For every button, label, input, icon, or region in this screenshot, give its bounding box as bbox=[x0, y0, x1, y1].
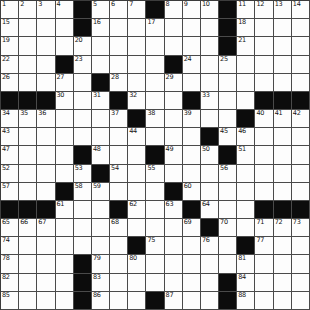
cell-r6c11[interactable] bbox=[201, 110, 219, 128]
cell-r4c12[interactable] bbox=[219, 74, 237, 92]
clue-number-41: 41 bbox=[275, 110, 283, 117]
cell-r5c5[interactable]: 31 bbox=[92, 92, 110, 110]
cell-r16c13[interactable]: 88 bbox=[237, 292, 255, 310]
cell-r2c6[interactable] bbox=[110, 37, 128, 55]
cell-r3c5[interactable] bbox=[92, 56, 110, 74]
cell-r3c7[interactable] bbox=[128, 56, 146, 74]
black-cell-r7c11 bbox=[201, 128, 219, 146]
cell-r9c14[interactable] bbox=[255, 165, 273, 183]
cell-r7c7[interactable]: 44 bbox=[128, 128, 146, 146]
cell-r1c14[interactable] bbox=[255, 19, 273, 37]
cell-r15c9[interactable] bbox=[165, 274, 183, 292]
cell-r6c8[interactable]: 38 bbox=[146, 110, 164, 128]
cell-r6c14[interactable]: 40 bbox=[255, 110, 273, 128]
cell-r13c10[interactable] bbox=[183, 237, 201, 255]
cell-r16c10[interactable] bbox=[183, 292, 201, 310]
clue-number-88: 88 bbox=[238, 292, 246, 299]
cell-r14c6[interactable] bbox=[110, 255, 128, 273]
cell-r7c4[interactable] bbox=[74, 128, 92, 146]
cell-r13c3[interactable] bbox=[56, 237, 74, 255]
cell-r10c10[interactable]: 60 bbox=[183, 183, 201, 201]
cell-r4c15[interactable] bbox=[274, 74, 292, 92]
cell-r10c2[interactable] bbox=[37, 183, 55, 201]
cell-r13c2[interactable] bbox=[37, 237, 55, 255]
cell-r3c11[interactable] bbox=[201, 56, 219, 74]
cell-r6c10[interactable]: 39 bbox=[183, 110, 201, 128]
cell-r7c12[interactable]: 45 bbox=[219, 128, 237, 146]
black-cell-r0c4 bbox=[74, 1, 92, 19]
cell-r2c2[interactable] bbox=[37, 37, 55, 55]
cell-r7c1[interactable] bbox=[19, 128, 37, 146]
cell-r12c2[interactable]: 67 bbox=[37, 219, 55, 237]
cell-r15c0[interactable]: 82 bbox=[1, 274, 19, 292]
cell-r13c5[interactable] bbox=[92, 237, 110, 255]
cell-r1c15[interactable] bbox=[274, 19, 292, 37]
black-cell-r16c8 bbox=[146, 292, 164, 310]
cell-r0c10[interactable]: 9 bbox=[183, 1, 201, 19]
cell-r1c7[interactable] bbox=[128, 19, 146, 37]
cell-r9c15[interactable] bbox=[274, 165, 292, 183]
cell-r5c4[interactable] bbox=[74, 92, 92, 110]
cell-r7c8[interactable] bbox=[146, 128, 164, 146]
cell-r10c7[interactable] bbox=[128, 183, 146, 201]
cell-r4c0[interactable]: 26 bbox=[1, 74, 19, 92]
cell-r8c11[interactable]: 50 bbox=[201, 146, 219, 164]
black-cell-r5c10 bbox=[183, 92, 201, 110]
cell-r3c1[interactable] bbox=[19, 56, 37, 74]
cell-r4c6[interactable]: 28 bbox=[110, 74, 128, 92]
cell-r5c12[interactable] bbox=[219, 92, 237, 110]
cell-r1c10[interactable] bbox=[183, 19, 201, 37]
cell-r1c16[interactable] bbox=[292, 19, 310, 37]
cell-r10c14[interactable] bbox=[255, 183, 273, 201]
cell-r16c6[interactable] bbox=[110, 292, 128, 310]
cell-r4c11[interactable] bbox=[201, 74, 219, 92]
cell-r3c12[interactable]: 25 bbox=[219, 56, 237, 74]
clue-number-1: 1 bbox=[2, 1, 6, 8]
cell-r8c3[interactable] bbox=[56, 146, 74, 164]
cell-r5c13[interactable] bbox=[237, 92, 255, 110]
cell-r3c4[interactable]: 23 bbox=[74, 56, 92, 74]
cell-r6c2[interactable]: 36 bbox=[37, 110, 55, 128]
cell-r9c4[interactable]: 53 bbox=[74, 165, 92, 183]
cell-r16c16[interactable] bbox=[292, 292, 310, 310]
cell-r12c5[interactable] bbox=[92, 219, 110, 237]
cell-r11c4[interactable] bbox=[74, 201, 92, 219]
cell-r14c1[interactable] bbox=[19, 255, 37, 273]
cell-r7c3[interactable] bbox=[56, 128, 74, 146]
cell-r5c7[interactable]: 32 bbox=[128, 92, 146, 110]
clue-number-67: 67 bbox=[38, 219, 46, 226]
cell-r12c8[interactable] bbox=[146, 219, 164, 237]
clue-number-47: 47 bbox=[2, 146, 10, 153]
black-cell-r6c13 bbox=[237, 110, 255, 128]
cell-r6c1[interactable]: 35 bbox=[19, 110, 37, 128]
clue-number-51: 51 bbox=[238, 146, 246, 153]
cell-r8c6[interactable] bbox=[110, 146, 128, 164]
cell-r0c3[interactable]: 4 bbox=[56, 1, 74, 19]
cell-r13c14[interactable]: 77 bbox=[255, 237, 273, 255]
cell-r1c0[interactable]: 15 bbox=[1, 19, 19, 37]
cell-r13c15[interactable] bbox=[274, 237, 292, 255]
cell-r9c1[interactable] bbox=[19, 165, 37, 183]
cell-r16c11[interactable] bbox=[201, 292, 219, 310]
cell-r12c4[interactable] bbox=[74, 219, 92, 237]
clue-number-4: 4 bbox=[57, 1, 61, 8]
cell-r15c7[interactable] bbox=[128, 274, 146, 292]
cell-r11c7[interactable]: 62 bbox=[128, 201, 146, 219]
cell-r15c5[interactable]: 83 bbox=[92, 274, 110, 292]
cell-r10c4[interactable]: 58 bbox=[74, 183, 92, 201]
cell-r8c16[interactable] bbox=[292, 146, 310, 164]
cell-r9c9[interactable] bbox=[165, 165, 183, 183]
cell-r15c16[interactable] bbox=[292, 274, 310, 292]
cell-r6c6[interactable]: 37 bbox=[110, 110, 128, 128]
cell-r8c15[interactable] bbox=[274, 146, 292, 164]
clue-number-87: 87 bbox=[166, 292, 174, 299]
cell-r16c9[interactable]: 87 bbox=[165, 292, 183, 310]
cell-r7c9[interactable] bbox=[165, 128, 183, 146]
cell-r0c15[interactable]: 13 bbox=[274, 1, 292, 19]
cell-r3c8[interactable] bbox=[146, 56, 164, 74]
cell-r16c2[interactable] bbox=[37, 292, 55, 310]
cell-r8c5[interactable]: 48 bbox=[92, 146, 110, 164]
cell-r10c13[interactable] bbox=[237, 183, 255, 201]
cell-r3c13[interactable] bbox=[237, 56, 255, 74]
cell-r14c10[interactable] bbox=[183, 255, 201, 273]
cell-r0c13[interactable]: 11 bbox=[237, 1, 255, 19]
cell-r2c7[interactable] bbox=[128, 37, 146, 55]
clue-number-36: 36 bbox=[38, 110, 46, 117]
clue-number-85: 85 bbox=[2, 292, 10, 299]
cell-r1c3[interactable] bbox=[56, 19, 74, 37]
cell-r11c8[interactable] bbox=[146, 201, 164, 219]
cell-r10c15[interactable] bbox=[274, 183, 292, 201]
cell-r3c16[interactable] bbox=[292, 56, 310, 74]
cell-r7c0[interactable]: 43 bbox=[1, 128, 19, 146]
cell-r12c3[interactable] bbox=[56, 219, 74, 237]
cell-r15c6[interactable] bbox=[110, 274, 128, 292]
cell-r0c5[interactable]: 5 bbox=[92, 1, 110, 19]
cell-r10c1[interactable] bbox=[19, 183, 37, 201]
cell-r12c6[interactable]: 68 bbox=[110, 219, 128, 237]
cell-r1c13[interactable]: 18 bbox=[237, 19, 255, 37]
cell-r0c14[interactable]: 12 bbox=[255, 1, 273, 19]
cell-r15c8[interactable] bbox=[146, 274, 164, 292]
black-cell-r0c12 bbox=[219, 1, 237, 19]
cell-r14c2[interactable] bbox=[37, 255, 55, 273]
cell-r6c9[interactable] bbox=[165, 110, 183, 128]
cell-r1c9[interactable] bbox=[165, 19, 183, 37]
clue-number-33: 33 bbox=[202, 92, 210, 99]
clue-number-21: 21 bbox=[238, 37, 246, 44]
cell-r3c0[interactable]: 22 bbox=[1, 56, 19, 74]
cell-r2c16[interactable] bbox=[292, 37, 310, 55]
cell-r2c8[interactable] bbox=[146, 37, 164, 55]
clue-number-3: 3 bbox=[38, 1, 42, 8]
cell-r12c7[interactable] bbox=[128, 219, 146, 237]
cell-r0c7[interactable]: 7 bbox=[128, 1, 146, 19]
cell-r5c11[interactable]: 33 bbox=[201, 92, 219, 110]
clue-number-61: 61 bbox=[57, 201, 65, 208]
cell-r2c4[interactable]: 20 bbox=[74, 37, 92, 55]
cell-r10c8[interactable] bbox=[146, 183, 164, 201]
cell-r12c15[interactable]: 72 bbox=[274, 219, 292, 237]
cell-r0c9[interactable]: 8 bbox=[165, 1, 183, 19]
cell-r2c5[interactable] bbox=[92, 37, 110, 55]
cell-r12c1[interactable]: 66 bbox=[19, 219, 37, 237]
clue-number-64: 64 bbox=[202, 201, 210, 208]
cell-r7c10[interactable] bbox=[183, 128, 201, 146]
clue-number-18: 18 bbox=[238, 19, 246, 26]
cell-r1c1[interactable] bbox=[19, 19, 37, 37]
cell-r9c10[interactable] bbox=[183, 165, 201, 183]
cell-r1c6[interactable] bbox=[110, 19, 128, 37]
cell-r9c13[interactable] bbox=[237, 165, 255, 183]
black-cell-r15c12 bbox=[219, 274, 237, 292]
cell-r7c14[interactable] bbox=[255, 128, 273, 146]
cell-r6c12[interactable] bbox=[219, 110, 237, 128]
cell-r9c7[interactable] bbox=[128, 165, 146, 183]
cell-r8c1[interactable] bbox=[19, 146, 37, 164]
clue-number-15: 15 bbox=[2, 19, 10, 26]
clue-number-50: 50 bbox=[202, 146, 210, 153]
cell-r15c3[interactable] bbox=[56, 274, 74, 292]
cell-r0c1[interactable]: 2 bbox=[19, 1, 37, 19]
clue-number-52: 52 bbox=[2, 165, 10, 172]
black-cell-r11c15 bbox=[274, 201, 292, 219]
clue-number-28: 28 bbox=[111, 74, 119, 81]
clue-number-26: 26 bbox=[2, 74, 10, 81]
clue-number-32: 32 bbox=[129, 92, 137, 99]
clue-number-7: 7 bbox=[129, 1, 133, 8]
cell-r16c14[interactable] bbox=[255, 292, 273, 310]
cell-r14c15[interactable] bbox=[274, 255, 292, 273]
cell-r16c5[interactable]: 86 bbox=[92, 292, 110, 310]
cell-r2c0[interactable]: 19 bbox=[1, 37, 19, 55]
cell-r9c6[interactable]: 54 bbox=[110, 165, 128, 183]
cell-r2c9[interactable] bbox=[165, 37, 183, 55]
cell-r16c15[interactable] bbox=[274, 292, 292, 310]
cell-r14c14[interactable] bbox=[255, 255, 273, 273]
cell-r14c9[interactable] bbox=[165, 255, 183, 273]
cell-r0c2[interactable]: 3 bbox=[37, 1, 55, 19]
cell-r9c2[interactable] bbox=[37, 165, 55, 183]
cell-r4c13[interactable] bbox=[237, 74, 255, 92]
black-cell-r3c9 bbox=[165, 56, 183, 74]
cell-r10c11[interactable] bbox=[201, 183, 219, 201]
cell-r11c12[interactable] bbox=[219, 201, 237, 219]
cell-r8c7[interactable] bbox=[128, 146, 146, 164]
cell-r8c9[interactable]: 49 bbox=[165, 146, 183, 164]
cell-r6c4[interactable] bbox=[74, 110, 92, 128]
black-cell-r13c7 bbox=[128, 237, 146, 255]
cell-r8c10[interactable] bbox=[183, 146, 201, 164]
cell-r6c16[interactable]: 42 bbox=[292, 110, 310, 128]
cell-r4c7[interactable] bbox=[128, 74, 146, 92]
cell-r2c14[interactable] bbox=[255, 37, 273, 55]
cell-r13c1[interactable] bbox=[19, 237, 37, 255]
cell-r7c5[interactable] bbox=[92, 128, 110, 146]
cell-r14c5[interactable]: 79 bbox=[92, 255, 110, 273]
clue-number-55: 55 bbox=[147, 165, 155, 172]
cell-r9c12[interactable]: 56 bbox=[219, 165, 237, 183]
cell-r2c3[interactable] bbox=[56, 37, 74, 55]
cell-r12c12[interactable]: 70 bbox=[219, 219, 237, 237]
cell-r11c5[interactable] bbox=[92, 201, 110, 219]
cell-r3c15[interactable] bbox=[274, 56, 292, 74]
clue-number-44: 44 bbox=[129, 128, 137, 135]
cell-r12c0[interactable]: 65 bbox=[1, 219, 19, 237]
cell-r13c0[interactable]: 74 bbox=[1, 237, 19, 255]
cell-r5c9[interactable] bbox=[165, 92, 183, 110]
cell-r3c2[interactable] bbox=[37, 56, 55, 74]
black-cell-r8c8 bbox=[146, 146, 164, 164]
cell-r15c14[interactable] bbox=[255, 274, 273, 292]
cell-r16c0[interactable]: 85 bbox=[1, 292, 19, 310]
cell-r10c5[interactable]: 59 bbox=[92, 183, 110, 201]
cell-r0c11[interactable]: 10 bbox=[201, 1, 219, 19]
cell-r16c7[interactable] bbox=[128, 292, 146, 310]
cell-r6c0[interactable]: 34 bbox=[1, 110, 19, 128]
cell-r4c4[interactable] bbox=[74, 74, 92, 92]
cell-r0c6[interactable]: 6 bbox=[110, 1, 128, 19]
cell-r3c14[interactable] bbox=[255, 56, 273, 74]
cell-r10c12[interactable] bbox=[219, 183, 237, 201]
cell-r15c2[interactable] bbox=[37, 274, 55, 292]
cell-r10c16[interactable] bbox=[292, 183, 310, 201]
clue-number-24: 24 bbox=[184, 56, 192, 63]
cell-r4c8[interactable] bbox=[146, 74, 164, 92]
cell-r16c1[interactable] bbox=[19, 292, 37, 310]
cell-r15c1[interactable] bbox=[19, 274, 37, 292]
cell-r10c0[interactable]: 57 bbox=[1, 183, 19, 201]
clue-number-22: 22 bbox=[2, 56, 10, 63]
clue-number-58: 58 bbox=[75, 183, 83, 190]
black-cell-r9c5 bbox=[92, 165, 110, 183]
cell-r11c11[interactable]: 64 bbox=[201, 201, 219, 219]
cell-r14c0[interactable]: 78 bbox=[1, 255, 19, 273]
clue-number-17: 17 bbox=[147, 19, 155, 26]
clue-number-68: 68 bbox=[111, 219, 119, 226]
cell-r9c3[interactable] bbox=[56, 165, 74, 183]
cell-r6c3[interactable] bbox=[56, 110, 74, 128]
cell-r14c16[interactable] bbox=[292, 255, 310, 273]
cell-r1c2[interactable] bbox=[37, 19, 55, 37]
cell-r14c13[interactable]: 81 bbox=[237, 255, 255, 273]
cell-r8c13[interactable]: 51 bbox=[237, 146, 255, 164]
cell-r7c16[interactable] bbox=[292, 128, 310, 146]
cell-r9c8[interactable]: 55 bbox=[146, 165, 164, 183]
cell-r11c3[interactable]: 61 bbox=[56, 201, 74, 219]
cell-r10c6[interactable] bbox=[110, 183, 128, 201]
cell-r14c12[interactable] bbox=[219, 255, 237, 273]
cell-r11c9[interactable]: 63 bbox=[165, 201, 183, 219]
cell-r7c2[interactable] bbox=[37, 128, 55, 146]
cell-r4c2[interactable] bbox=[37, 74, 55, 92]
cell-r14c3[interactable] bbox=[56, 255, 74, 273]
cell-r13c9[interactable] bbox=[165, 237, 183, 255]
cell-r2c11[interactable] bbox=[201, 37, 219, 55]
cell-r9c16[interactable] bbox=[292, 165, 310, 183]
cell-r0c0[interactable]: 1 bbox=[1, 1, 19, 19]
cell-r6c5[interactable] bbox=[92, 110, 110, 128]
cell-r7c15[interactable] bbox=[274, 128, 292, 146]
cell-r4c3[interactable]: 27 bbox=[56, 74, 74, 92]
clue-number-2: 2 bbox=[20, 1, 24, 8]
cell-r12c9[interactable] bbox=[165, 219, 183, 237]
cell-r13c6[interactable] bbox=[110, 237, 128, 255]
cell-r8c14[interactable] bbox=[255, 146, 273, 164]
cell-r7c13[interactable]: 46 bbox=[237, 128, 255, 146]
cell-r5c8[interactable] bbox=[146, 92, 164, 110]
cell-r15c10[interactable] bbox=[183, 274, 201, 292]
cell-r13c16[interactable] bbox=[292, 237, 310, 255]
cell-r2c15[interactable] bbox=[274, 37, 292, 55]
clue-number-37: 37 bbox=[111, 110, 119, 117]
black-cell-r14c4 bbox=[74, 255, 92, 273]
cell-r2c10[interactable] bbox=[183, 37, 201, 55]
cell-r2c1[interactable] bbox=[19, 37, 37, 55]
cell-r8c2[interactable] bbox=[37, 146, 55, 164]
cell-r14c11[interactable] bbox=[201, 255, 219, 273]
cell-r11c13[interactable] bbox=[237, 201, 255, 219]
clue-number-25: 25 bbox=[220, 56, 228, 63]
cell-r4c10[interactable] bbox=[183, 74, 201, 92]
cell-r2c13[interactable]: 21 bbox=[237, 37, 255, 55]
clue-number-79: 79 bbox=[93, 255, 101, 262]
cell-r4c1[interactable] bbox=[19, 74, 37, 92]
cell-r12c16[interactable]: 73 bbox=[292, 219, 310, 237]
cell-r14c8[interactable] bbox=[146, 255, 164, 273]
cell-r0c16[interactable]: 14 bbox=[292, 1, 310, 19]
cell-r9c0[interactable]: 52 bbox=[1, 165, 19, 183]
cell-r1c11[interactable] bbox=[201, 19, 219, 37]
clue-number-70: 70 bbox=[220, 219, 228, 226]
cell-r13c12[interactable] bbox=[219, 237, 237, 255]
black-cell-r5c2 bbox=[37, 92, 55, 110]
cell-r5c3[interactable]: 30 bbox=[56, 92, 74, 110]
cell-r15c15[interactable] bbox=[274, 274, 292, 292]
cell-r1c8[interactable]: 17 bbox=[146, 19, 164, 37]
cell-r8c0[interactable]: 47 bbox=[1, 146, 19, 164]
cell-r6c15[interactable]: 41 bbox=[274, 110, 292, 128]
cell-r13c8[interactable]: 75 bbox=[146, 237, 164, 255]
cell-r3c10[interactable]: 24 bbox=[183, 56, 201, 74]
clue-number-80: 80 bbox=[129, 255, 137, 262]
clue-number-74: 74 bbox=[2, 237, 10, 244]
cell-r4c14[interactable] bbox=[255, 74, 273, 92]
cell-r9c11[interactable] bbox=[201, 165, 219, 183]
cell-r15c11[interactable] bbox=[201, 274, 219, 292]
clue-number-69: 69 bbox=[184, 219, 192, 226]
cell-r12c14[interactable]: 71 bbox=[255, 219, 273, 237]
cell-r14c7[interactable]: 80 bbox=[128, 255, 146, 273]
black-cell-r11c14 bbox=[255, 201, 273, 219]
cell-r15c13[interactable]: 84 bbox=[237, 274, 255, 292]
cell-r13c4[interactable] bbox=[74, 237, 92, 255]
cell-r3c6[interactable] bbox=[110, 56, 128, 74]
cell-r4c9[interactable]: 29 bbox=[165, 74, 183, 92]
cell-r13c11[interactable]: 76 bbox=[201, 237, 219, 255]
black-cell-r5c6 bbox=[110, 92, 128, 110]
cell-r12c10[interactable]: 69 bbox=[183, 219, 201, 237]
cell-r12c13[interactable] bbox=[237, 219, 255, 237]
cell-r16c3[interactable] bbox=[56, 292, 74, 310]
cell-r4c16[interactable] bbox=[292, 74, 310, 92]
cell-r1c5[interactable]: 16 bbox=[92, 19, 110, 37]
cell-r7c6[interactable] bbox=[110, 128, 128, 146]
